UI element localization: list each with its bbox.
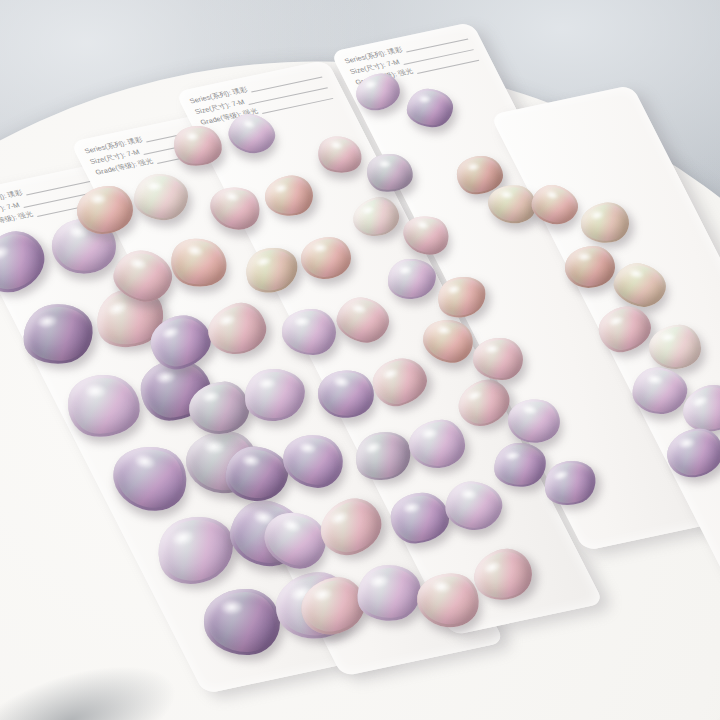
pearl-highlight <box>293 316 310 327</box>
pearl-iridescence <box>581 202 629 244</box>
pearl-iridescence <box>357 564 420 621</box>
pearl-iridescence <box>190 383 247 433</box>
pearl-highlight <box>398 265 414 275</box>
pearl-highlight <box>89 193 107 205</box>
pearl-iridescence <box>458 156 502 193</box>
pearl-highlight <box>146 180 164 192</box>
pearl-display-photo: Series(系列): 璞彩Size(尺寸): 7-MGrade(等级): 强光… <box>0 0 720 720</box>
pearl-iridescence <box>207 592 276 653</box>
pearl-iridescence <box>390 261 434 298</box>
pearl-highlight <box>420 427 438 439</box>
pearl-iridescence <box>408 89 452 126</box>
pearl-highlight <box>220 599 245 615</box>
pearl-iridescence <box>368 154 413 192</box>
pearl-iridescence <box>70 376 139 436</box>
pearl-iridescence <box>651 326 699 367</box>
pearl-iridescence <box>247 371 303 420</box>
pearl-iridescence <box>411 421 464 467</box>
pearl-lavender <box>282 309 336 355</box>
card-label-line: Grade(等级): 强光 <box>0 210 34 229</box>
pearl-iridescence <box>175 126 221 166</box>
pearl-iridescence <box>392 493 448 542</box>
